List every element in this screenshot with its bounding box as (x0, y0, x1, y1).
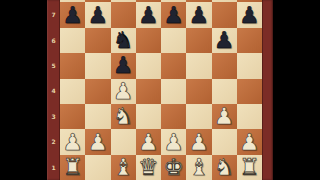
square-a6[interactable] (60, 28, 85, 53)
square-b1[interactable] (85, 155, 110, 180)
piece-black-knight-c6: ♞ (113, 29, 134, 52)
square-f2[interactable]: ♟ (186, 129, 211, 154)
piece-white-pawn-f2: ♟ (189, 131, 210, 154)
piece-black-rook-h8: ♜ (239, 0, 260, 1)
square-h6[interactable] (237, 28, 262, 53)
piece-white-pawn-b2: ♟ (88, 131, 109, 154)
square-e5[interactable] (161, 53, 186, 78)
rank-label-7: 7 (47, 11, 60, 19)
piece-black-pawn-f7: ♟ (189, 4, 210, 27)
chess-board[interactable]: ♜♝♛♚♝♞♜♟♟♟♟♟♟♞♟♟♟♞♟♟♟♟♟♟♟♜♝♛♚♝♞♜ (60, 0, 262, 180)
square-a5[interactable] (60, 53, 85, 78)
piece-white-pawn-e2: ♟ (163, 131, 184, 154)
square-g2[interactable] (212, 129, 237, 154)
piece-white-pawn-g3: ♟ (214, 105, 235, 128)
square-h2[interactable]: ♟ (237, 129, 262, 154)
piece-black-pawn-d7: ♟ (138, 4, 159, 27)
square-f3[interactable] (186, 104, 211, 129)
square-b6[interactable] (85, 28, 110, 53)
piece-black-rook-a8: ♜ (62, 0, 83, 1)
square-c5[interactable]: ♟ (111, 53, 136, 78)
square-h4[interactable] (237, 79, 262, 104)
rank-label-5: 5 (47, 62, 60, 70)
piece-black-bishop-f8: ♝ (189, 0, 210, 1)
screenshot-canvas: 87654321 ♜♝♛♚♝♞♜♟♟♟♟♟♟♞♟♟♟♞♟♟♟♟♟♟♟♜♝♛♚♝♞… (0, 0, 320, 180)
chess-board-frame: 87654321 ♜♝♛♚♝♞♜♟♟♟♟♟♟♞♟♟♟♞♟♟♟♟♟♟♟♜♝♛♚♝♞… (47, 0, 273, 180)
square-g1[interactable]: ♞ (212, 155, 237, 180)
square-d5[interactable] (136, 53, 161, 78)
piece-black-pawn-b7: ♟ (88, 4, 109, 27)
square-e7[interactable]: ♟ (161, 2, 186, 27)
square-b4[interactable] (85, 79, 110, 104)
square-c2[interactable] (111, 129, 136, 154)
square-a1[interactable]: ♜ (60, 155, 85, 180)
piece-black-pawn-e7: ♟ (163, 4, 184, 27)
square-f6[interactable] (186, 28, 211, 53)
piece-black-bishop-c8: ♝ (113, 0, 134, 1)
square-c3[interactable]: ♞ (111, 104, 136, 129)
square-g5[interactable] (212, 53, 237, 78)
piece-black-queen-d8: ♛ (138, 0, 159, 1)
rank-label-6: 6 (47, 37, 60, 45)
square-d4[interactable] (136, 79, 161, 104)
piece-white-pawn-c4: ♟ (113, 80, 134, 103)
square-h3[interactable] (237, 104, 262, 129)
square-h1[interactable]: ♜ (237, 155, 262, 180)
square-d2[interactable]: ♟ (136, 129, 161, 154)
piece-black-knight-g8: ♞ (214, 0, 235, 1)
square-h5[interactable] (237, 53, 262, 78)
rank-label-3: 3 (47, 113, 60, 121)
piece-black-king-e8: ♚ (163, 0, 184, 1)
rank-label-4: 4 (47, 87, 60, 95)
square-f1[interactable]: ♝ (186, 155, 211, 180)
piece-white-pawn-a2: ♟ (62, 131, 83, 154)
piece-black-pawn-g6: ♟ (214, 29, 235, 52)
rank-label-1: 1 (47, 164, 60, 172)
square-c6[interactable]: ♞ (111, 28, 136, 53)
piece-white-knight-g1: ♞ (214, 156, 235, 179)
rank-label-2: 2 (47, 138, 60, 146)
square-a4[interactable] (60, 79, 85, 104)
square-g6[interactable]: ♟ (212, 28, 237, 53)
piece-white-pawn-d2: ♟ (138, 131, 159, 154)
square-c1[interactable]: ♝ (111, 155, 136, 180)
piece-white-bishop-f1: ♝ (189, 156, 210, 179)
piece-white-rook-a1: ♜ (62, 156, 83, 179)
piece-black-pawn-h7: ♟ (239, 4, 260, 27)
square-c4[interactable]: ♟ (111, 79, 136, 104)
square-d1[interactable]: ♛ (136, 155, 161, 180)
square-a2[interactable]: ♟ (60, 129, 85, 154)
letterbox-left (0, 0, 47, 180)
square-g7[interactable] (212, 2, 237, 27)
square-d3[interactable] (136, 104, 161, 129)
piece-black-pawn-a7: ♟ (62, 4, 83, 27)
square-b2[interactable]: ♟ (85, 129, 110, 154)
square-b7[interactable]: ♟ (85, 2, 110, 27)
square-e3[interactable] (161, 104, 186, 129)
piece-white-rook-h1: ♜ (239, 156, 260, 179)
letterbox-right (273, 0, 320, 180)
piece-black-pawn-c5: ♟ (113, 54, 134, 77)
square-f7[interactable]: ♟ (186, 2, 211, 27)
square-g4[interactable] (212, 79, 237, 104)
square-b5[interactable] (85, 53, 110, 78)
square-d6[interactable] (136, 28, 161, 53)
square-a3[interactable] (60, 104, 85, 129)
piece-white-pawn-h2: ♟ (239, 131, 260, 154)
piece-white-bishop-c1: ♝ (113, 156, 134, 179)
square-c7[interactable] (111, 2, 136, 27)
square-g3[interactable]: ♟ (212, 104, 237, 129)
square-a7[interactable]: ♟ (60, 2, 85, 27)
piece-white-knight-c3: ♞ (113, 105, 134, 128)
square-h7[interactable]: ♟ (237, 2, 262, 27)
square-f5[interactable] (186, 53, 211, 78)
square-e6[interactable] (161, 28, 186, 53)
square-e4[interactable] (161, 79, 186, 104)
square-f4[interactable] (186, 79, 211, 104)
square-d7[interactable]: ♟ (136, 2, 161, 27)
square-e1[interactable]: ♚ (161, 155, 186, 180)
piece-white-queen-d1: ♛ (138, 156, 159, 179)
piece-white-king-e1: ♚ (163, 156, 184, 179)
square-b3[interactable] (85, 104, 110, 129)
square-e2[interactable]: ♟ (161, 129, 186, 154)
